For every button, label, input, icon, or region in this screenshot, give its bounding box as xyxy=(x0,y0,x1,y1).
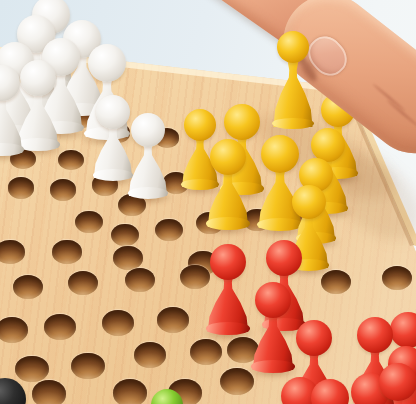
board-hole[interactable] xyxy=(0,240,25,263)
peg-head xyxy=(210,139,246,175)
board-hole[interactable] xyxy=(13,275,43,299)
board-hole[interactable] xyxy=(50,179,77,200)
peg-head xyxy=(357,317,393,353)
board-hole[interactable] xyxy=(71,353,104,380)
board-hole[interactable] xyxy=(68,271,98,295)
peg-base xyxy=(84,127,130,140)
board-hole[interactable] xyxy=(58,150,84,171)
peg-head xyxy=(277,31,309,63)
board-hole[interactable] xyxy=(0,317,28,343)
board-hole[interactable] xyxy=(125,268,155,292)
peg-head xyxy=(184,109,216,141)
peg-head xyxy=(292,185,326,219)
peg-head xyxy=(261,135,299,173)
peg-base xyxy=(93,169,134,181)
board-hole[interactable] xyxy=(52,240,81,263)
peg-head xyxy=(88,44,126,82)
peg-base xyxy=(206,322,249,335)
board-hole[interactable] xyxy=(8,177,35,198)
board-hole[interactable] xyxy=(32,380,66,404)
board-hole[interactable] xyxy=(113,379,147,404)
board-hole[interactable] xyxy=(75,211,103,233)
chinese-checkers-photo xyxy=(0,0,416,404)
board-hole[interactable] xyxy=(102,310,134,335)
peg-base xyxy=(251,360,294,373)
board-hole[interactable] xyxy=(382,266,412,290)
peg-head xyxy=(210,244,246,280)
peg-head xyxy=(266,240,302,276)
peg-base xyxy=(128,187,169,199)
peg-head xyxy=(20,60,56,96)
peg-head xyxy=(131,113,165,147)
peg-head xyxy=(379,363,416,401)
board-hole[interactable] xyxy=(157,307,189,332)
peg-head xyxy=(96,95,130,129)
board-hole[interactable] xyxy=(44,314,76,339)
peg-head xyxy=(224,104,260,140)
board-hole[interactable] xyxy=(180,265,210,289)
peg-head xyxy=(311,128,345,162)
board-hole[interactable] xyxy=(190,339,223,365)
peg-base xyxy=(181,179,219,190)
peg-head xyxy=(296,320,332,356)
peg-head xyxy=(255,282,291,318)
peg-base xyxy=(206,217,249,230)
board-hole[interactable] xyxy=(15,356,48,383)
board-hole[interactable] xyxy=(113,246,142,269)
peg-base xyxy=(257,218,303,231)
